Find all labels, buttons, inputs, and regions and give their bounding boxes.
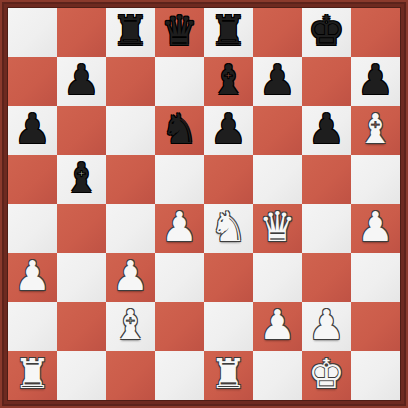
white-bishop[interactable]: ♝ — [357, 105, 394, 154]
white-bishop[interactable]: ♝ — [112, 301, 149, 350]
square-h4[interactable]: ♟ — [351, 204, 400, 253]
square-c6[interactable] — [106, 106, 155, 155]
square-d1[interactable] — [155, 351, 204, 400]
square-b2[interactable] — [57, 302, 106, 351]
square-e7[interactable]: ♝ — [204, 57, 253, 106]
square-e2[interactable] — [204, 302, 253, 351]
white-rook[interactable]: ♜ — [14, 350, 51, 399]
black-pawn[interactable]: ♟ — [14, 105, 51, 154]
square-a3[interactable]: ♟ — [8, 253, 57, 302]
square-e1[interactable]: ♜ — [204, 351, 253, 400]
square-a8[interactable] — [8, 8, 57, 57]
square-b3[interactable] — [57, 253, 106, 302]
square-f4[interactable]: ♛ — [253, 204, 302, 253]
black-bishop[interactable]: ♝ — [210, 56, 247, 105]
white-pawn[interactable]: ♟ — [14, 252, 51, 301]
square-g6[interactable]: ♟ — [302, 106, 351, 155]
chess-board: ♜♛♜♚♟♝♟♟♟♞♟♟♝♝♟♞♛♟♟♟♝♟♟♜♜♚ — [8, 8, 400, 400]
square-c1[interactable] — [106, 351, 155, 400]
square-g3[interactable] — [302, 253, 351, 302]
square-e6[interactable]: ♟ — [204, 106, 253, 155]
square-a1[interactable]: ♜ — [8, 351, 57, 400]
square-d2[interactable] — [155, 302, 204, 351]
black-pawn[interactable]: ♟ — [308, 105, 345, 154]
black-rook[interactable]: ♜ — [112, 7, 149, 56]
square-d3[interactable] — [155, 253, 204, 302]
square-g5[interactable] — [302, 155, 351, 204]
square-a2[interactable] — [8, 302, 57, 351]
square-a5[interactable] — [8, 155, 57, 204]
white-rook[interactable]: ♜ — [210, 350, 247, 399]
square-b1[interactable] — [57, 351, 106, 400]
square-g4[interactable] — [302, 204, 351, 253]
square-c5[interactable] — [106, 155, 155, 204]
square-g8[interactable]: ♚ — [302, 8, 351, 57]
square-f6[interactable] — [253, 106, 302, 155]
black-bishop[interactable]: ♝ — [63, 154, 100, 203]
white-king[interactable]: ♚ — [308, 350, 345, 399]
square-e5[interactable] — [204, 155, 253, 204]
square-f8[interactable] — [253, 8, 302, 57]
square-d5[interactable] — [155, 155, 204, 204]
square-f5[interactable] — [253, 155, 302, 204]
square-d7[interactable] — [155, 57, 204, 106]
square-h1[interactable] — [351, 351, 400, 400]
square-h6[interactable]: ♝ — [351, 106, 400, 155]
white-pawn[interactable]: ♟ — [357, 203, 394, 252]
square-g1[interactable]: ♚ — [302, 351, 351, 400]
white-pawn[interactable]: ♟ — [308, 301, 345, 350]
square-f1[interactable] — [253, 351, 302, 400]
square-c7[interactable] — [106, 57, 155, 106]
white-queen[interactable]: ♛ — [259, 203, 296, 252]
square-b5[interactable]: ♝ — [57, 155, 106, 204]
square-b8[interactable] — [57, 8, 106, 57]
square-e3[interactable] — [204, 253, 253, 302]
square-h3[interactable] — [351, 253, 400, 302]
square-f2[interactable]: ♟ — [253, 302, 302, 351]
black-queen[interactable]: ♛ — [161, 7, 198, 56]
square-b7[interactable]: ♟ — [57, 57, 106, 106]
square-c4[interactable] — [106, 204, 155, 253]
square-h2[interactable] — [351, 302, 400, 351]
square-f7[interactable]: ♟ — [253, 57, 302, 106]
square-g7[interactable] — [302, 57, 351, 106]
square-d4[interactable]: ♟ — [155, 204, 204, 253]
white-pawn[interactable]: ♟ — [161, 203, 198, 252]
black-pawn[interactable]: ♟ — [259, 56, 296, 105]
square-a4[interactable] — [8, 204, 57, 253]
black-rook[interactable]: ♜ — [210, 7, 247, 56]
square-h7[interactable]: ♟ — [351, 57, 400, 106]
black-pawn[interactable]: ♟ — [63, 56, 100, 105]
square-g2[interactable]: ♟ — [302, 302, 351, 351]
white-knight[interactable]: ♞ — [210, 203, 247, 252]
chess-board-frame: ♜♛♜♚♟♝♟♟♟♞♟♟♝♝♟♞♛♟♟♟♝♟♟♜♜♚ — [0, 0, 408, 408]
square-c3[interactable]: ♟ — [106, 253, 155, 302]
black-knight[interactable]: ♞ — [161, 105, 198, 154]
square-h5[interactable] — [351, 155, 400, 204]
square-h8[interactable] — [351, 8, 400, 57]
black-king[interactable]: ♚ — [308, 7, 345, 56]
black-pawn[interactable]: ♟ — [357, 56, 394, 105]
square-d6[interactable]: ♞ — [155, 106, 204, 155]
square-b4[interactable] — [57, 204, 106, 253]
square-c8[interactable]: ♜ — [106, 8, 155, 57]
square-a7[interactable] — [8, 57, 57, 106]
black-pawn[interactable]: ♟ — [210, 105, 247, 154]
square-e4[interactable]: ♞ — [204, 204, 253, 253]
square-f3[interactable] — [253, 253, 302, 302]
white-pawn[interactable]: ♟ — [112, 252, 149, 301]
square-a6[interactable]: ♟ — [8, 106, 57, 155]
square-b6[interactable] — [57, 106, 106, 155]
square-e8[interactable]: ♜ — [204, 8, 253, 57]
square-c2[interactable]: ♝ — [106, 302, 155, 351]
square-d8[interactable]: ♛ — [155, 8, 204, 57]
white-pawn[interactable]: ♟ — [259, 301, 296, 350]
